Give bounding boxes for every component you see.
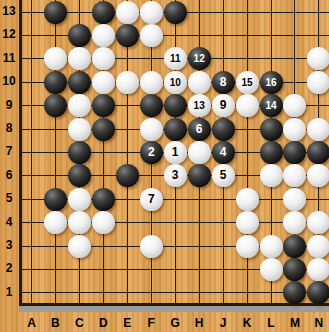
row-coordinate-label: 13 (0, 4, 18, 18)
stone-N7[interactable] (307, 141, 329, 164)
stone-E6[interactable] (116, 164, 139, 187)
stone-F12[interactable] (140, 24, 163, 47)
stone-K9[interactable] (236, 94, 259, 117)
stone-G13[interactable] (164, 1, 187, 24)
column-coordinate-label: M (287, 316, 303, 330)
stone-D12[interactable] (92, 24, 115, 47)
move-number-label: 12 (188, 47, 211, 70)
move-number-label: 9 (212, 94, 235, 117)
stone-H8[interactable]: 6 (188, 118, 211, 141)
row-coordinate-label: 9 (0, 98, 18, 112)
stone-L9[interactable]: 14 (260, 94, 283, 117)
move-number-label: 3 (164, 164, 187, 187)
move-number-label: 13 (188, 94, 211, 117)
stone-C12[interactable] (68, 24, 91, 47)
stone-L8[interactable] (260, 118, 283, 141)
stone-F9[interactable] (140, 94, 163, 117)
stone-N2[interactable] (307, 258, 329, 281)
column-coordinate-label: N (311, 316, 327, 330)
stone-J10[interactable]: 8 (212, 71, 235, 94)
stone-C7[interactable] (68, 141, 91, 164)
row-coordinate-label: 1 (0, 285, 18, 299)
column-coordinate-label: J (215, 316, 231, 330)
stone-N4[interactable] (307, 211, 329, 234)
stone-C11[interactable] (68, 47, 91, 70)
move-number-label: 8 (212, 71, 235, 94)
row-coordinate-label: 10 (0, 74, 18, 88)
stone-D13[interactable] (92, 1, 115, 24)
move-number-label: 5 (212, 164, 235, 187)
stone-C8[interactable] (68, 118, 91, 141)
stone-M7[interactable] (283, 141, 306, 164)
stone-B10[interactable] (44, 71, 67, 94)
stone-H6[interactable] (188, 164, 211, 187)
column-coordinate-label: H (191, 316, 207, 330)
stone-G10[interactable]: 10 (164, 71, 187, 94)
move-number-label: 2 (140, 141, 163, 164)
stone-H7[interactable] (188, 141, 211, 164)
stone-M5[interactable] (283, 188, 306, 211)
stone-D11[interactable] (92, 47, 115, 70)
stone-M4[interactable] (283, 211, 306, 234)
move-number-label: 7 (140, 188, 163, 211)
stone-E13[interactable] (116, 1, 139, 24)
column-coordinate-label: E (119, 316, 135, 330)
stone-M6[interactable] (283, 164, 306, 187)
stone-E10[interactable] (116, 71, 139, 94)
stone-B4[interactable] (44, 211, 67, 234)
stone-L10[interactable]: 16 (260, 71, 283, 94)
stone-D9[interactable] (92, 94, 115, 117)
stone-C3[interactable] (68, 235, 91, 258)
stone-H11[interactable]: 12 (188, 47, 211, 70)
row-coordinate-label: 2 (0, 261, 18, 275)
stone-B13[interactable] (44, 1, 67, 24)
stone-N3[interactable] (307, 235, 329, 258)
stone-D4[interactable] (92, 211, 115, 234)
column-coordinate-label: D (95, 316, 111, 330)
stone-E12[interactable] (116, 24, 139, 47)
stone-C5[interactable] (68, 188, 91, 211)
stone-L3[interactable] (260, 235, 283, 258)
move-number-label: 6 (188, 118, 211, 141)
stone-M9[interactable] (283, 94, 306, 117)
stone-K3[interactable] (236, 235, 259, 258)
stone-F8[interactable] (140, 118, 163, 141)
stone-B11[interactable] (44, 47, 67, 70)
move-number-label: 16 (260, 71, 283, 94)
stone-N11[interactable] (307, 47, 329, 70)
stone-D10[interactable] (92, 71, 115, 94)
stone-F7[interactable]: 2 (140, 141, 163, 164)
stone-C4[interactable] (68, 211, 91, 234)
stone-J9[interactable]: 9 (212, 94, 235, 117)
move-number-label: 10 (164, 71, 187, 94)
stone-G8[interactable] (164, 118, 187, 141)
row-coordinate-label: 12 (0, 27, 18, 41)
stone-B9[interactable] (44, 94, 67, 117)
move-number-label: 15 (236, 71, 259, 94)
move-number-label: 4 (212, 141, 235, 164)
row-coordinate-label: 6 (0, 168, 18, 182)
stone-M1[interactable] (283, 281, 306, 304)
stone-H9[interactable]: 13 (188, 94, 211, 117)
stone-L6[interactable] (260, 164, 283, 187)
board-left-edge (19, 0, 22, 306)
stone-K5[interactable] (236, 188, 259, 211)
row-coordinate-label: 4 (0, 215, 18, 229)
stone-D8[interactable] (92, 118, 115, 141)
stone-M3[interactable] (283, 235, 306, 258)
stone-J7[interactable]: 4 (212, 141, 235, 164)
stone-M8[interactable] (283, 118, 306, 141)
stone-C6[interactable] (68, 164, 91, 187)
column-coordinate-label: A (24, 316, 40, 330)
stone-N6[interactable] (307, 164, 329, 187)
stone-C9[interactable] (68, 94, 91, 117)
stone-N1[interactable] (307, 281, 329, 304)
row-coordinate-label: 5 (0, 191, 18, 205)
column-coordinate-label: B (47, 316, 63, 330)
row-coordinate-label: 8 (0, 121, 18, 135)
stone-C10[interactable] (68, 71, 91, 94)
stone-F10[interactable] (140, 71, 163, 94)
stone-N10[interactable] (307, 71, 329, 94)
column-coordinate-label: K (239, 316, 255, 330)
row-coordinate-label: 3 (0, 238, 18, 252)
column-coordinate-label: G (167, 316, 183, 330)
stone-L7[interactable] (260, 141, 283, 164)
stone-F5[interactable]: 7 (140, 188, 163, 211)
move-number-label: 11 (164, 47, 187, 70)
grid-vertical-line (247, 0, 248, 305)
stone-G6[interactable]: 3 (164, 164, 187, 187)
column-coordinate-label: C (71, 316, 87, 330)
stone-G9[interactable] (164, 94, 187, 117)
stone-G11[interactable]: 11 (164, 47, 187, 70)
column-coordinate-label: F (143, 316, 159, 330)
stone-G7[interactable]: 1 (164, 141, 187, 164)
stone-M2[interactable] (283, 258, 306, 281)
stone-F13[interactable] (140, 1, 163, 24)
stone-D5[interactable] (92, 188, 115, 211)
stone-F3[interactable] (140, 235, 163, 258)
row-coordinate-label: 7 (0, 144, 18, 158)
stone-K4[interactable] (236, 211, 259, 234)
board-shadow-bar (19, 306, 329, 312)
stone-J8[interactable] (212, 118, 235, 141)
move-number-label: 14 (260, 94, 283, 117)
stone-K10[interactable]: 15 (236, 71, 259, 94)
stone-L2[interactable] (260, 258, 283, 281)
column-coordinate-label: L (263, 316, 279, 330)
move-number-label: 1 (164, 141, 187, 164)
row-coordinate-label: 11 (0, 51, 18, 65)
stone-N8[interactable] (307, 118, 329, 141)
go-board[interactable]: 13121110987654321ABCDEFGHJKLMN1112108151… (0, 0, 329, 332)
stone-J6[interactable]: 5 (212, 164, 235, 187)
stone-H10[interactable] (188, 71, 211, 94)
stone-B5[interactable] (44, 188, 67, 211)
